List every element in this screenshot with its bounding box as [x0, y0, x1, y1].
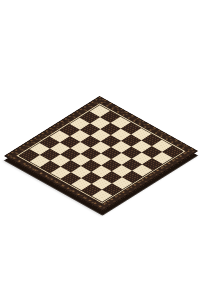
board-grid [19, 105, 184, 203]
product-photo [0, 0, 200, 300]
board-frame-inlay [17, 103, 186, 203]
chess-board [4, 96, 198, 211]
